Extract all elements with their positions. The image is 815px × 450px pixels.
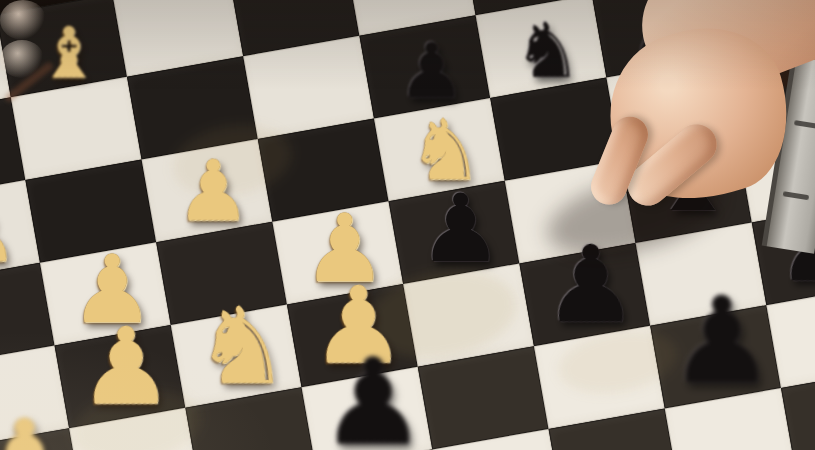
frame-mark	[805, 53, 815, 62]
piece-glyph: ♟	[397, 36, 465, 108]
black-pawn-g3[interactable]: ♟	[650, 305, 781, 408]
black-pawn-d3[interactable]: ♟	[302, 367, 433, 450]
piece-glyph: ♟	[319, 347, 427, 450]
piece-glyph: ♟	[176, 153, 251, 232]
piece-glyph: ♟	[0, 118, 1, 190]
piece-glyph: ♟	[79, 318, 174, 418]
frame-mark	[794, 120, 815, 129]
photo-stage: ♝♟♟♞♟♟♟♞♟♟♟♝♞♟♞♟♟♟♟♟♟	[0, 0, 815, 450]
piece-glyph: ♟	[0, 194, 19, 273]
white-pawn-a3[interactable]: ♟	[0, 428, 84, 450]
piece-glyph: ♟	[630, 0, 698, 67]
frame-mark	[783, 191, 809, 200]
piece-glyph: ♟	[0, 409, 78, 450]
piece-glyph: ♞	[195, 298, 290, 398]
piece-glyph: ♟	[418, 185, 502, 273]
piece-glyph: ♟	[668, 286, 776, 398]
piece-glyph: ♞	[514, 16, 582, 88]
piece-glyph: ♝	[37, 21, 100, 87]
